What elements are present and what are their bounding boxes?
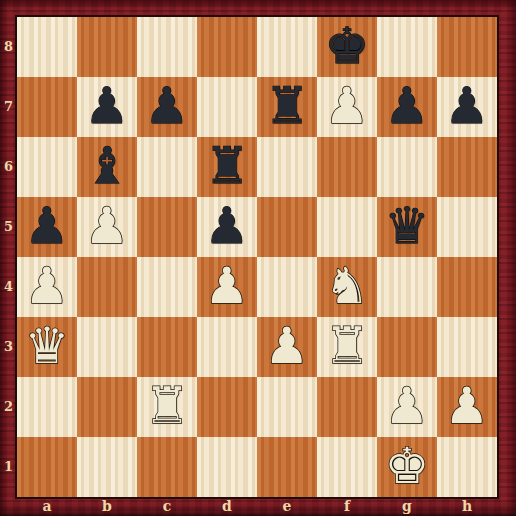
square-g6[interactable] (377, 137, 437, 197)
white-rook-piece[interactable]: ♜ (317, 317, 377, 377)
square-f3[interactable]: ♜ (317, 317, 377, 377)
white-king-piece[interactable]: ♚ (377, 437, 437, 497)
square-e7[interactable]: ♜ (257, 77, 317, 137)
square-c5[interactable] (137, 197, 197, 257)
file-label-h: h (437, 497, 497, 516)
square-f4[interactable]: ♞ (317, 257, 377, 317)
square-b5[interactable]: ♟ (77, 197, 137, 257)
white-pawn-piece[interactable]: ♟ (317, 77, 377, 137)
square-a3[interactable]: ♛ (17, 317, 77, 377)
black-rook-piece[interactable]: ♜ (197, 137, 257, 197)
square-f7[interactable]: ♟ (317, 77, 377, 137)
square-g1[interactable]: ♚ (377, 437, 437, 497)
square-e6[interactable] (257, 137, 317, 197)
square-a8[interactable] (17, 17, 77, 77)
square-g4[interactable] (377, 257, 437, 317)
square-h2[interactable]: ♟ (437, 377, 497, 437)
rank-label-6: 6 (0, 137, 17, 197)
file-label-c: c (137, 497, 197, 516)
square-h7[interactable]: ♟ (437, 77, 497, 137)
black-pawn-piece[interactable]: ♟ (137, 77, 197, 137)
square-g5[interactable]: ♛ (377, 197, 437, 257)
square-b4[interactable] (77, 257, 137, 317)
square-c7[interactable]: ♟ (137, 77, 197, 137)
square-e8[interactable] (257, 17, 317, 77)
square-c6[interactable] (137, 137, 197, 197)
white-pawn-piece[interactable]: ♟ (17, 257, 77, 317)
file-label-a: a (17, 497, 77, 516)
square-c3[interactable] (137, 317, 197, 377)
square-a1[interactable] (17, 437, 77, 497)
square-g8[interactable] (377, 17, 437, 77)
file-labels: a b c d e f g h (17, 497, 497, 516)
black-pawn-piece[interactable]: ♟ (17, 197, 77, 257)
square-d1[interactable] (197, 437, 257, 497)
square-c8[interactable] (137, 17, 197, 77)
square-a6[interactable] (17, 137, 77, 197)
black-pawn-piece[interactable]: ♟ (77, 77, 137, 137)
square-g7[interactable]: ♟ (377, 77, 437, 137)
white-pawn-piece[interactable]: ♟ (197, 257, 257, 317)
rank-label-1: 1 (0, 437, 17, 497)
rank-label-8: 8 (0, 17, 17, 77)
square-g2[interactable]: ♟ (377, 377, 437, 437)
white-rook-piece[interactable]: ♜ (137, 377, 197, 437)
square-h5[interactable] (437, 197, 497, 257)
square-d8[interactable] (197, 17, 257, 77)
square-f6[interactable] (317, 137, 377, 197)
black-queen-piece[interactable]: ♛ (377, 197, 437, 257)
rank-label-7: 7 (0, 77, 17, 137)
square-b1[interactable] (77, 437, 137, 497)
square-b2[interactable] (77, 377, 137, 437)
square-c4[interactable] (137, 257, 197, 317)
square-d7[interactable] (197, 77, 257, 137)
square-e2[interactable] (257, 377, 317, 437)
file-label-b: b (77, 497, 137, 516)
file-label-e: e (257, 497, 317, 516)
square-b6[interactable]: ♝ (77, 137, 137, 197)
square-c1[interactable] (137, 437, 197, 497)
black-king-piece[interactable]: ♚ (317, 17, 377, 77)
white-pawn-piece[interactable]: ♟ (437, 377, 497, 437)
black-pawn-piece[interactable]: ♟ (197, 197, 257, 257)
square-d2[interactable] (197, 377, 257, 437)
black-pawn-piece[interactable]: ♟ (377, 77, 437, 137)
chess-board: ♚♟♟♜♟♟♟♝♜♟♟♟♛♟♟♞♛♟♜♜♟♟♚ (17, 17, 497, 497)
black-pawn-piece[interactable]: ♟ (437, 77, 497, 137)
white-pawn-piece[interactable]: ♟ (377, 377, 437, 437)
square-f5[interactable] (317, 197, 377, 257)
square-f8[interactable]: ♚ (317, 17, 377, 77)
black-rook-piece[interactable]: ♜ (257, 77, 317, 137)
file-label-g: g (377, 497, 437, 516)
square-b7[interactable]: ♟ (77, 77, 137, 137)
square-h1[interactable] (437, 437, 497, 497)
rank-label-2: 2 (0, 377, 17, 437)
white-knight-piece[interactable]: ♞ (317, 257, 377, 317)
square-e3[interactable]: ♟ (257, 317, 317, 377)
square-c2[interactable]: ♜ (137, 377, 197, 437)
rank-labels: 8 7 6 5 4 3 2 1 (0, 17, 17, 497)
square-b3[interactable] (77, 317, 137, 377)
white-queen-piece[interactable]: ♛ (17, 317, 77, 377)
square-h8[interactable] (437, 17, 497, 77)
square-d6[interactable]: ♜ (197, 137, 257, 197)
square-d4[interactable]: ♟ (197, 257, 257, 317)
rank-label-3: 3 (0, 317, 17, 377)
square-e1[interactable] (257, 437, 317, 497)
square-d3[interactable] (197, 317, 257, 377)
white-pawn-piece[interactable]: ♟ (257, 317, 317, 377)
file-label-f: f (317, 497, 377, 516)
white-pawn-piece[interactable]: ♟ (77, 197, 137, 257)
square-f2[interactable] (317, 377, 377, 437)
black-bishop-piece[interactable]: ♝ (77, 137, 137, 197)
square-f1[interactable] (317, 437, 377, 497)
square-e4[interactable] (257, 257, 317, 317)
square-g3[interactable] (377, 317, 437, 377)
rank-label-5: 5 (0, 197, 17, 257)
chess-board-frame: 8 7 6 5 4 3 2 1 ♚♟♟♜♟♟♟♝♜♟♟♟♛♟♟♞♛♟♜♜♟♟♚ … (0, 0, 516, 516)
square-a5[interactable]: ♟ (17, 197, 77, 257)
square-a2[interactable] (17, 377, 77, 437)
square-h4[interactable] (437, 257, 497, 317)
square-h3[interactable] (437, 317, 497, 377)
square-d5[interactable]: ♟ (197, 197, 257, 257)
square-b8[interactable] (77, 17, 137, 77)
square-e5[interactable] (257, 197, 317, 257)
file-label-d: d (197, 497, 257, 516)
rank-label-4: 4 (0, 257, 17, 317)
square-a7[interactable] (17, 77, 77, 137)
square-h6[interactable] (437, 137, 497, 197)
square-a4[interactable]: ♟ (17, 257, 77, 317)
